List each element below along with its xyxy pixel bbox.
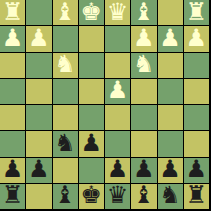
black-pawn[interactable]: ♟ (2, 158, 24, 182)
square-h4[interactable] (0, 79, 25, 104)
square-f7[interactable] (53, 158, 78, 183)
square-d8[interactable]: ♛ (105, 184, 130, 209)
black-queen[interactable]: ♛ (107, 184, 129, 208)
square-a6[interactable] (184, 131, 209, 156)
white-pawn[interactable]: ♟ (28, 26, 50, 50)
white-pawn[interactable]: ♟ (133, 26, 155, 50)
square-d3[interactable] (105, 53, 130, 78)
square-h8[interactable]: ♜ (0, 184, 25, 209)
square-f8[interactable]: ♝ (53, 184, 78, 209)
square-f5[interactable] (53, 105, 78, 130)
black-pawn[interactable]: ♟ (159, 158, 181, 182)
black-pawn[interactable]: ♟ (28, 158, 50, 182)
square-d2[interactable] (105, 26, 130, 51)
black-rook[interactable]: ♜ (2, 184, 24, 208)
square-e4[interactable] (79, 79, 104, 104)
square-a7[interactable]: ♟ (184, 158, 209, 183)
black-pawn[interactable]: ♟ (133, 158, 155, 182)
square-b4[interactable] (158, 79, 183, 104)
square-b1[interactable] (158, 0, 183, 25)
square-c6[interactable] (131, 131, 156, 156)
square-h3[interactable] (0, 53, 25, 78)
white-rook[interactable]: ♜ (186, 0, 208, 24)
square-g7[interactable]: ♟ (26, 158, 51, 183)
square-e7[interactable] (79, 158, 104, 183)
square-e3[interactable] (79, 53, 104, 78)
black-king[interactable]: ♚ (81, 184, 103, 208)
square-c4[interactable] (131, 79, 156, 104)
white-knight[interactable]: ♞ (54, 53, 76, 77)
square-d7[interactable]: ♟ (105, 158, 130, 183)
square-g8[interactable] (26, 184, 51, 209)
square-a4[interactable] (184, 79, 209, 104)
square-b3[interactable] (158, 53, 183, 78)
black-knight[interactable]: ♞ (54, 131, 76, 155)
white-pawn[interactable]: ♟ (186, 26, 208, 50)
square-d5[interactable] (105, 105, 130, 130)
square-a1[interactable]: ♜ (184, 0, 209, 25)
square-b6[interactable] (158, 131, 183, 156)
square-f4[interactable] (53, 79, 78, 104)
black-pawn[interactable]: ♟ (186, 158, 208, 182)
chess-board: ♜♝♚♛♝♜♟♟♟♟♟♞♞♟♞♟♟♟♟♟♟♟♜♝♚♛♝♞♜ (0, 0, 210, 210)
square-a3[interactable] (184, 53, 209, 78)
square-g3[interactable] (26, 53, 51, 78)
black-pawn[interactable]: ♟ (107, 158, 129, 182)
square-g4[interactable] (26, 79, 51, 104)
square-c3[interactable]: ♞ (131, 53, 156, 78)
square-h5[interactable] (0, 105, 25, 130)
white-pawn[interactable]: ♟ (2, 26, 24, 50)
square-h7[interactable]: ♟ (0, 158, 25, 183)
square-b8[interactable]: ♞ (158, 184, 183, 209)
white-queen[interactable]: ♛ (107, 0, 129, 24)
square-a2[interactable]: ♟ (184, 26, 209, 51)
square-b7[interactable]: ♟ (158, 158, 183, 183)
square-c1[interactable]: ♝ (131, 0, 156, 25)
square-g1[interactable] (26, 0, 51, 25)
square-d4[interactable]: ♟ (105, 79, 130, 104)
square-c5[interactable] (131, 105, 156, 130)
square-d1[interactable]: ♛ (105, 0, 130, 25)
black-rook[interactable]: ♜ (186, 184, 208, 208)
square-c8[interactable]: ♝ (131, 184, 156, 209)
square-g5[interactable] (26, 105, 51, 130)
square-e2[interactable] (79, 26, 104, 51)
white-pawn[interactable]: ♟ (159, 26, 181, 50)
black-knight[interactable]: ♞ (159, 184, 181, 208)
white-knight[interactable]: ♞ (133, 53, 155, 77)
square-a5[interactable] (184, 105, 209, 130)
square-f1[interactable]: ♝ (53, 0, 78, 25)
square-d6[interactable] (105, 131, 130, 156)
square-a8[interactable]: ♜ (184, 184, 209, 209)
square-e1[interactable]: ♚ (79, 0, 104, 25)
square-c7[interactable]: ♟ (131, 158, 156, 183)
square-h6[interactable] (0, 131, 25, 156)
square-g2[interactable]: ♟ (26, 26, 51, 51)
square-f6[interactable]: ♞ (53, 131, 78, 156)
black-bishop[interactable]: ♝ (54, 184, 76, 208)
black-bishop[interactable]: ♝ (133, 184, 155, 208)
square-h1[interactable]: ♜ (0, 0, 25, 25)
square-e5[interactable] (79, 105, 104, 130)
white-bishop[interactable]: ♝ (54, 0, 76, 24)
white-rook[interactable]: ♜ (2, 0, 24, 24)
square-b5[interactable] (158, 105, 183, 130)
square-h2[interactable]: ♟ (0, 26, 25, 51)
chess-board-window: ♜♝♚♛♝♜♟♟♟♟♟♞♞♟♞♟♟♟♟♟♟♟♜♝♚♛♝♞♜ (0, 0, 211, 211)
white-king[interactable]: ♚ (81, 0, 103, 24)
square-g6[interactable] (26, 131, 51, 156)
square-e6[interactable]: ♟ (79, 131, 104, 156)
square-f3[interactable]: ♞ (53, 53, 78, 78)
black-pawn[interactable]: ♟ (81, 131, 103, 155)
square-b2[interactable]: ♟ (158, 26, 183, 51)
square-f2[interactable] (53, 26, 78, 51)
square-e8[interactable]: ♚ (79, 184, 104, 209)
white-pawn[interactable]: ♟ (107, 79, 129, 103)
white-bishop[interactable]: ♝ (133, 0, 155, 24)
square-c2[interactable]: ♟ (131, 26, 156, 51)
